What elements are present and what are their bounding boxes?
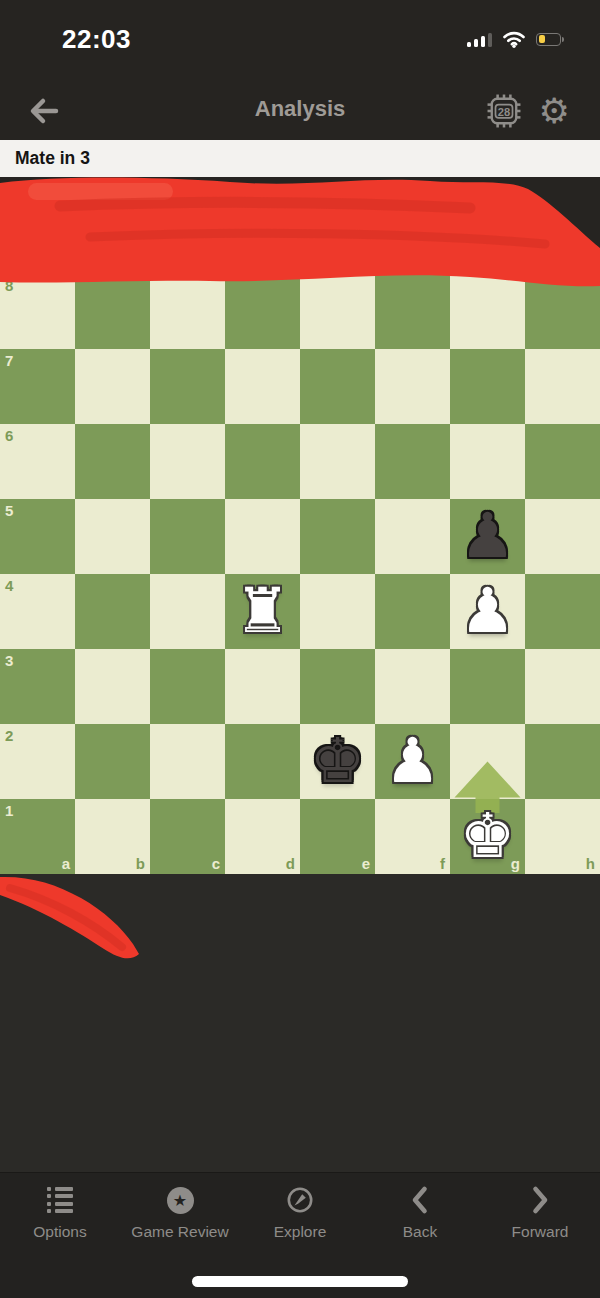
back-move-button[interactable]: Back <box>360 1186 480 1241</box>
star-circle-icon: ★ <box>167 1186 194 1214</box>
app-screen: 22:03 Analysis <box>0 0 600 1298</box>
battery-fill <box>539 35 545 43</box>
forward-move-button[interactable]: Forward <box>480 1186 600 1241</box>
piece-black-pawn-g5[interactable]: ♟ <box>450 499 525 574</box>
chevron-right-icon <box>530 1186 550 1214</box>
bottom-toolbar: Options ★ Game Review Explore B <box>0 1172 600 1298</box>
puzzle-goal-text: Mate in 3 <box>15 148 90 169</box>
compass-icon <box>286 1186 314 1214</box>
chevron-left-icon <box>410 1186 430 1214</box>
battery-icon <box>536 33 564 46</box>
options-label: Options <box>33 1223 86 1241</box>
engine-depth-badge: 28 <box>497 106 509 118</box>
back-move-label: Back <box>403 1223 437 1241</box>
redaction-scribble-top <box>0 178 600 287</box>
clock-time: 22:03 <box>62 24 131 55</box>
settings-gear-icon[interactable]: ⚙ <box>539 89 570 133</box>
game-review-label: Game Review <box>131 1223 228 1241</box>
pieces-layer: ♟♜♟♚♟♚ <box>0 274 600 874</box>
home-indicator[interactable] <box>192 1276 408 1287</box>
piece-white-pawn-f2[interactable]: ♟ <box>375 724 450 799</box>
move-list-area <box>0 874 600 1172</box>
options-button[interactable]: Options <box>0 1186 120 1241</box>
engine-chip-icon[interactable]: 28 <box>487 94 521 128</box>
piece-black-king-e2[interactable]: ♚ <box>300 724 375 799</box>
status-icons <box>467 30 565 48</box>
explore-label: Explore <box>274 1223 327 1241</box>
puzzle-banner: Mate in 3 <box>0 140 600 177</box>
cellular-signal-icon <box>467 31 493 47</box>
header: Analysis 28 ⚙ <box>0 82 600 140</box>
list-options-icon <box>47 1186 73 1214</box>
board-area: 87654321abcdefgh ♟♜♟♚♟♚ <box>0 274 600 874</box>
piece-white-rook-d4[interactable]: ♜ <box>225 574 300 649</box>
status-bar: 22:03 <box>0 0 600 82</box>
forward-move-label: Forward <box>512 1223 569 1241</box>
piece-white-king-g1[interactable]: ♚ <box>450 799 525 874</box>
game-review-button[interactable]: ★ Game Review <box>120 1186 240 1241</box>
wifi-icon <box>502 30 526 48</box>
piece-white-pawn-g4[interactable]: ♟ <box>450 574 525 649</box>
explore-button[interactable]: Explore <box>240 1186 360 1241</box>
